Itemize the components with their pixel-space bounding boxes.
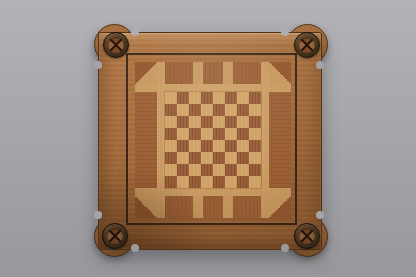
- board-square: [249, 116, 261, 128]
- board-square: [225, 104, 237, 116]
- board-square: [225, 164, 237, 176]
- board-square: [189, 164, 201, 176]
- edge-notch: [94, 211, 102, 219]
- board-square: [201, 164, 213, 176]
- board-square: [213, 152, 225, 164]
- board-square: [213, 128, 225, 140]
- board-square: [201, 140, 213, 152]
- edge-notch: [94, 61, 102, 69]
- frame-band-segment: [233, 62, 261, 84]
- board-square: [249, 140, 261, 152]
- board-square: [189, 116, 201, 128]
- board-square: [177, 116, 189, 128]
- cup-holder-recess: [299, 37, 315, 53]
- board-square: [165, 128, 177, 140]
- board-square: [225, 128, 237, 140]
- board-square: [213, 92, 225, 104]
- board-square: [177, 128, 189, 140]
- edge-notch: [281, 28, 289, 36]
- board-square: [177, 164, 189, 176]
- board-square: [177, 92, 189, 104]
- cup-holder-top-left: [103, 32, 129, 58]
- frame-inlay-strip: [193, 62, 203, 84]
- board-square: [213, 176, 225, 188]
- photo-backdrop: [0, 0, 416, 277]
- frame-inlay-strip: [223, 62, 233, 84]
- board-square: [249, 104, 261, 116]
- edge-notch: [316, 61, 324, 69]
- frame-band-segment: [165, 196, 193, 218]
- board-square: [237, 152, 249, 164]
- board-square: [249, 92, 261, 104]
- cup-holder-recess: [107, 228, 123, 244]
- cup-holder-bottom-left: [102, 223, 128, 249]
- board-square: [225, 152, 237, 164]
- cup-holder-recess: [108, 37, 124, 53]
- board-square: [201, 128, 213, 140]
- frame-band-segment: [233, 196, 261, 218]
- board-square: [237, 92, 249, 104]
- board-square: [177, 152, 189, 164]
- board-square: [237, 176, 249, 188]
- board-square: [189, 104, 201, 116]
- board-square: [213, 164, 225, 176]
- board-square: [237, 104, 249, 116]
- board-square: [213, 104, 225, 116]
- board-square: [189, 128, 201, 140]
- board-square: [225, 116, 237, 128]
- edge-notch: [316, 211, 324, 219]
- board-square: [201, 92, 213, 104]
- board-square: [189, 152, 201, 164]
- board-square: [177, 104, 189, 116]
- board-square: [165, 116, 177, 128]
- board-square: [237, 128, 249, 140]
- board-square: [249, 164, 261, 176]
- frame-mitre-corner-bottom-left: [135, 196, 157, 218]
- frame-band-left: [135, 92, 157, 188]
- board-square: [165, 164, 177, 176]
- board-square: [189, 176, 201, 188]
- board-square: [177, 176, 189, 188]
- board-square: [201, 116, 213, 128]
- frame-band-segment: [203, 62, 223, 84]
- board-square: [165, 140, 177, 152]
- frame-band-top: [165, 62, 261, 84]
- game-table-top: [98, 32, 322, 250]
- board-square: [177, 140, 189, 152]
- board-square: [225, 92, 237, 104]
- board-square: [249, 176, 261, 188]
- playing-field: [135, 62, 291, 218]
- board-square: [225, 140, 237, 152]
- inlay-panel: [126, 53, 297, 225]
- board-square: [201, 104, 213, 116]
- cup-holder-bottom-right: [294, 223, 320, 249]
- frame-inlay-strip: [223, 196, 233, 218]
- frame-band-right: [269, 92, 291, 188]
- board-square: [189, 92, 201, 104]
- edge-notch: [131, 244, 139, 252]
- frame-inlay-strip: [193, 196, 203, 218]
- frame-mitre-corner-top-right: [269, 62, 291, 84]
- board-square: [165, 176, 177, 188]
- board-square: [225, 176, 237, 188]
- board-square: [165, 92, 177, 104]
- board-square: [249, 152, 261, 164]
- frame-band-segment: [165, 62, 193, 84]
- cup-holder-recess: [299, 228, 315, 244]
- checkerboard: [165, 92, 261, 188]
- frame-mitre-corner-bottom-right: [269, 196, 291, 218]
- board-square: [249, 128, 261, 140]
- board-square: [189, 140, 201, 152]
- board-square: [213, 116, 225, 128]
- frame-band-segment: [203, 196, 223, 218]
- frame-band-bottom: [165, 196, 261, 218]
- board-square: [201, 176, 213, 188]
- edge-notch: [281, 244, 289, 252]
- edge-notch: [131, 28, 139, 36]
- board-square: [201, 152, 213, 164]
- frame-mitre-corner-top-left: [135, 62, 157, 84]
- board-square: [165, 104, 177, 116]
- board-square: [237, 116, 249, 128]
- board-square: [237, 140, 249, 152]
- board-square: [165, 152, 177, 164]
- board-square: [213, 140, 225, 152]
- cup-holder-top-right: [294, 32, 320, 58]
- board-square: [237, 164, 249, 176]
